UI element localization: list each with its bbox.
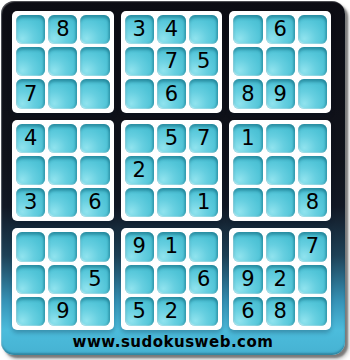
cell-r2c4[interactable] (125, 47, 154, 76)
cell-r7c2[interactable] (48, 232, 77, 261)
cell-r1c1[interactable] (16, 15, 45, 44)
cell-r3c4[interactable] (125, 79, 154, 108)
box-1: 87 (12, 11, 114, 113)
cell-r3c6[interactable] (189, 79, 218, 108)
cell-r9c5[interactable]: 2 (157, 297, 186, 326)
cell-r4c9[interactable] (298, 124, 327, 153)
cell-r6c3[interactable]: 6 (80, 188, 109, 217)
sudoku-grid: 8734756689436572118599165279268 (12, 11, 331, 330)
cell-r5c9[interactable] (298, 156, 327, 185)
cell-r6c1[interactable]: 3 (16, 188, 45, 217)
cell-r9c8[interactable]: 8 (266, 297, 295, 326)
cell-r4c4[interactable] (125, 124, 154, 153)
box-7: 59 (12, 228, 114, 330)
cell-r9c1[interactable] (16, 297, 45, 326)
cell-r5c1[interactable] (16, 156, 45, 185)
cell-r8c9[interactable] (298, 265, 327, 294)
cell-r3c1[interactable]: 7 (16, 79, 45, 108)
cell-r6c2[interactable] (48, 188, 77, 217)
cell-r1c7[interactable] (233, 15, 262, 44)
cell-r8c7[interactable]: 9 (233, 265, 262, 294)
site-footer: www.sudokusweb.com (1, 328, 345, 355)
cell-r2c1[interactable] (16, 47, 45, 76)
cell-r7c1[interactable] (16, 232, 45, 261)
cell-r2c8[interactable] (266, 47, 295, 76)
cell-r8c8[interactable]: 2 (266, 265, 295, 294)
site-url: www.sudokusweb.com (73, 333, 274, 351)
cell-r9c3[interactable] (80, 297, 109, 326)
cell-r7c5[interactable]: 1 (157, 232, 186, 261)
cell-r6c8[interactable] (266, 188, 295, 217)
cell-r6c4[interactable] (125, 188, 154, 217)
cell-r5c2[interactable] (48, 156, 77, 185)
cell-r2c7[interactable] (233, 47, 262, 76)
box-2: 34756 (121, 11, 223, 113)
cell-r1c3[interactable] (80, 15, 109, 44)
cell-r5c4[interactable]: 2 (125, 156, 154, 185)
cell-r1c6[interactable] (189, 15, 218, 44)
cell-r8c5[interactable] (157, 265, 186, 294)
cell-r6c6[interactable]: 1 (189, 188, 218, 217)
cell-r6c5[interactable] (157, 188, 186, 217)
box-9: 79268 (229, 228, 331, 330)
cell-r3c3[interactable] (80, 79, 109, 108)
cell-r4c7[interactable]: 1 (233, 124, 262, 153)
cell-r1c9[interactable] (298, 15, 327, 44)
cell-r3c7[interactable]: 8 (233, 79, 262, 108)
cell-r7c8[interactable] (266, 232, 295, 261)
cell-r9c2[interactable]: 9 (48, 297, 77, 326)
cell-r2c6[interactable]: 5 (189, 47, 218, 76)
box-8: 91652 (121, 228, 223, 330)
cell-r7c7[interactable] (233, 232, 262, 261)
cell-r4c2[interactable] (48, 124, 77, 153)
cell-r8c4[interactable] (125, 265, 154, 294)
cell-r7c4[interactable]: 9 (125, 232, 154, 261)
cell-r4c6[interactable]: 7 (189, 124, 218, 153)
cell-r9c6[interactable] (189, 297, 218, 326)
cell-r2c9[interactable] (298, 47, 327, 76)
cell-r3c8[interactable]: 9 (266, 79, 295, 108)
cell-r6c7[interactable] (233, 188, 262, 217)
cell-r4c3[interactable] (80, 124, 109, 153)
cell-r5c3[interactable] (80, 156, 109, 185)
cell-r4c8[interactable] (266, 124, 295, 153)
cell-r7c9[interactable]: 7 (298, 232, 327, 261)
cell-r7c3[interactable] (80, 232, 109, 261)
cell-r8c3[interactable]: 5 (80, 265, 109, 294)
cell-r9c4[interactable]: 5 (125, 297, 154, 326)
cell-r8c6[interactable]: 6 (189, 265, 218, 294)
cell-r6c9[interactable]: 8 (298, 188, 327, 217)
cell-r9c9[interactable] (298, 297, 327, 326)
cell-r7c6[interactable] (189, 232, 218, 261)
cell-r8c1[interactable] (16, 265, 45, 294)
cell-r5c5[interactable] (157, 156, 186, 185)
cell-r2c5[interactable]: 7 (157, 47, 186, 76)
cell-r9c7[interactable]: 6 (233, 297, 262, 326)
cell-r8c2[interactable] (48, 265, 77, 294)
cell-r2c2[interactable] (48, 47, 77, 76)
cell-r3c5[interactable]: 6 (157, 79, 186, 108)
cell-r3c2[interactable] (48, 79, 77, 108)
cell-r2c3[interactable] (80, 47, 109, 76)
cell-r1c8[interactable]: 6 (266, 15, 295, 44)
cell-r1c4[interactable]: 3 (125, 15, 154, 44)
cell-r1c2[interactable]: 8 (48, 15, 77, 44)
cell-r3c9[interactable] (298, 79, 327, 108)
cell-r4c5[interactable]: 5 (157, 124, 186, 153)
box-6: 18 (229, 120, 331, 222)
sudoku-board: 8734756689436572118599165279268 www.sudo… (1, 1, 345, 355)
cell-r5c6[interactable] (189, 156, 218, 185)
cell-r5c7[interactable] (233, 156, 262, 185)
cell-r4c1[interactable]: 4 (16, 124, 45, 153)
box-3: 689 (229, 11, 331, 113)
cell-r1c5[interactable]: 4 (157, 15, 186, 44)
cell-r5c8[interactable] (266, 156, 295, 185)
box-4: 436 (12, 120, 114, 222)
box-5: 5721 (121, 120, 223, 222)
